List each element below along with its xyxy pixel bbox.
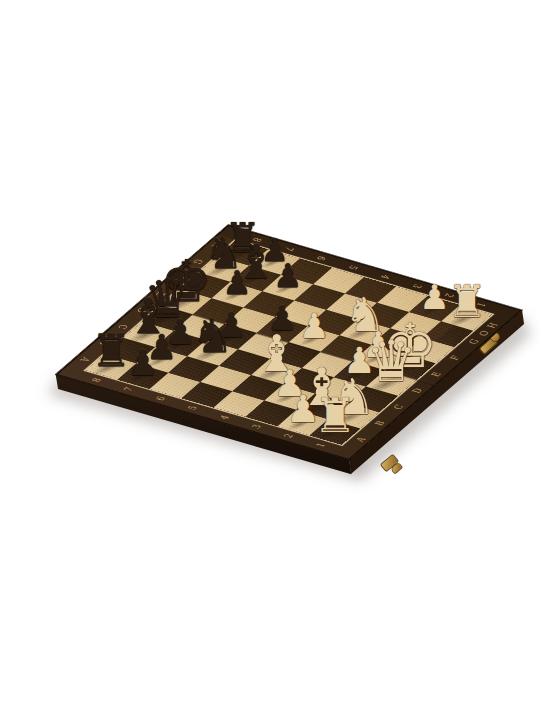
piece-black-knight-c6: ♞ (192, 313, 234, 360)
piece-black-pawn-g6: ♟ (273, 260, 302, 293)
piece-white-pawn-e4: ♟ (299, 309, 330, 344)
product-photo-stage: A B C D E F G H H G F E D C B A 8 7 6 5 … (0, 0, 540, 720)
piece-white-rook-a1: ♜ (313, 391, 356, 439)
piece-white-rook-h1: ♜ (447, 280, 487, 325)
piece-black-pawn-f7: ♟ (222, 267, 251, 300)
piece-white-pawn-h2: ♟ (419, 279, 449, 313)
piece-black-pawn-a7: ♟ (127, 346, 158, 381)
piece-black-rook-a8: ♜ (91, 329, 131, 374)
